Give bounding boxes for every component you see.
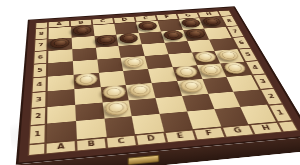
square-b2[interactable] — [75, 102, 104, 121]
checker-dark[interactable]: ⛂ — [201, 17, 223, 27]
file-label-d: D — [137, 133, 166, 145]
square-c4[interactable] — [98, 71, 126, 87]
checker-light[interactable]: ⛀ — [123, 56, 146, 68]
checker-light[interactable]: ⛀ — [179, 79, 205, 93]
checker-light-glyph: ⛀ — [222, 62, 248, 75]
square-b4[interactable]: ⛀ — [73, 73, 100, 89]
checker-dark[interactable]: ⛂ — [96, 35, 117, 46]
square-d3[interactable]: ⛀ — [126, 83, 155, 100]
checker-light[interactable]: ⛀ — [128, 83, 153, 97]
square-c5[interactable] — [97, 58, 123, 73]
file-label-h: H — [251, 123, 281, 134]
checker-light-glyph: ⛀ — [174, 65, 199, 78]
checker-light-glyph: ⛀ — [179, 79, 205, 93]
checker-light[interactable]: ⛀ — [75, 73, 97, 87]
square-d1[interactable] — [132, 114, 164, 134]
checker-light-glyph: ⛀ — [198, 64, 223, 77]
checker-light-glyph: ⛀ — [216, 49, 241, 61]
checker-light-glyph: ⛀ — [123, 56, 146, 68]
checker-dark[interactable]: ⛂ — [162, 30, 184, 41]
file-label-e: E — [166, 131, 195, 143]
square-g3[interactable] — [202, 77, 233, 94]
checker-dark-glyph: ⛂ — [180, 18, 202, 28]
file-label-a: A — [47, 141, 75, 153]
square-d4[interactable] — [123, 69, 151, 85]
rank-label-3: 3 — [32, 92, 46, 108]
square-c1[interactable] — [104, 116, 135, 136]
checker-light-glyph: ⛀ — [102, 85, 126, 99]
checker-dark[interactable]: ⛂ — [118, 33, 139, 44]
square-e1[interactable] — [160, 112, 193, 132]
square-a3[interactable] — [47, 89, 74, 107]
square-a5[interactable] — [48, 61, 73, 76]
checker-dark-glyph: ⛂ — [184, 29, 206, 39]
checker-dark[interactable]: ⛂ — [73, 25, 92, 35]
rank-label-7: 7 — [35, 39, 47, 51]
square-b1[interactable] — [76, 119, 106, 140]
checker-light-glyph: ⛀ — [75, 73, 97, 87]
square-d2[interactable] — [129, 98, 160, 117]
checker-dark-glyph: ⛂ — [96, 35, 117, 46]
rank-label-2: 2 — [31, 108, 45, 125]
file-label-f: F — [195, 128, 225, 139]
square-e3[interactable] — [152, 81, 182, 98]
square-a4[interactable] — [48, 75, 74, 91]
checker-dark-glyph: ⛂ — [138, 21, 159, 31]
square-g2[interactable] — [208, 91, 241, 109]
square-c3[interactable]: ⛀ — [100, 85, 129, 102]
rank-label-5: 5 — [33, 64, 46, 77]
checker-light[interactable]: ⛀ — [102, 85, 126, 99]
checker-light[interactable]: ⛀ — [193, 51, 217, 63]
checker-dark-glyph: ⛂ — [201, 17, 223, 27]
checker-light[interactable]: ⛀ — [216, 49, 241, 61]
square-b5[interactable] — [73, 60, 99, 75]
checker-light[interactable]: ⛀ — [104, 100, 129, 116]
square-a2[interactable] — [47, 104, 76, 123]
checker-light-glyph: ⛀ — [193, 51, 217, 63]
checker-light-glyph: ⛀ — [128, 83, 153, 97]
rank-label-8: 8 — [36, 28, 47, 39]
square-b3[interactable] — [74, 87, 102, 105]
checker-light[interactable]: ⛀ — [222, 62, 248, 75]
checker-dark[interactable]: ⛂ — [50, 38, 70, 49]
checker-light[interactable]: ⛀ — [198, 64, 223, 77]
checker-dark-glyph: ⛂ — [162, 30, 184, 41]
checker-dark[interactable]: ⛂ — [184, 29, 206, 39]
file-label-c: C — [107, 136, 136, 148]
checker-light[interactable]: ⛀ — [174, 65, 199, 78]
square-e4[interactable] — [148, 67, 177, 83]
square-g1[interactable] — [214, 107, 249, 126]
brass-clasp — [127, 155, 159, 165]
folding-chess-board: ABCDEFGH 87654321 ⛂⛂⛂⛂⛂⛂⛂⛂⛂⛀⛀⛀⛀⛀⛀⛀⛀⛀⛀⛀ 8… — [16, 6, 300, 164]
product-photo-scene: ABCDEFGH 87654321 ⛂⛂⛂⛂⛂⛂⛂⛂⛂⛀⛀⛀⛀⛀⛀⛀⛀⛀⛀⛀ 8… — [0, 0, 300, 165]
square-c2[interactable]: ⛀ — [102, 100, 132, 119]
square-f3[interactable]: ⛀ — [177, 79, 208, 96]
checker-light-glyph: ⛀ — [104, 100, 129, 116]
rank-label-6: 6 — [34, 51, 46, 63]
checker-dark-glyph: ⛂ — [118, 33, 139, 44]
coordinate-frame: ABCDEFGH 87654321 ⛂⛂⛂⛂⛂⛂⛂⛂⛂⛀⛀⛀⛀⛀⛀⛀⛀⛀⛀⛀ 8… — [28, 10, 299, 156]
checker-dark[interactable]: ⛂ — [138, 21, 159, 31]
checker-dark[interactable]: ⛂ — [180, 18, 202, 28]
rank-label-4: 4 — [33, 77, 46, 91]
square-f2[interactable] — [182, 93, 214, 111]
checker-dark-glyph: ⛂ — [73, 25, 92, 35]
square-a1[interactable] — [47, 121, 77, 142]
square-f1[interactable] — [187, 109, 221, 129]
square-e2[interactable] — [155, 96, 186, 114]
checker-dark-glyph: ⛂ — [50, 38, 70, 49]
file-label-b: B — [77, 138, 106, 150]
frame-corner-bottom-left — [28, 143, 46, 156]
rank-label-1: 1 — [30, 125, 45, 144]
file-label-g: G — [223, 125, 253, 136]
